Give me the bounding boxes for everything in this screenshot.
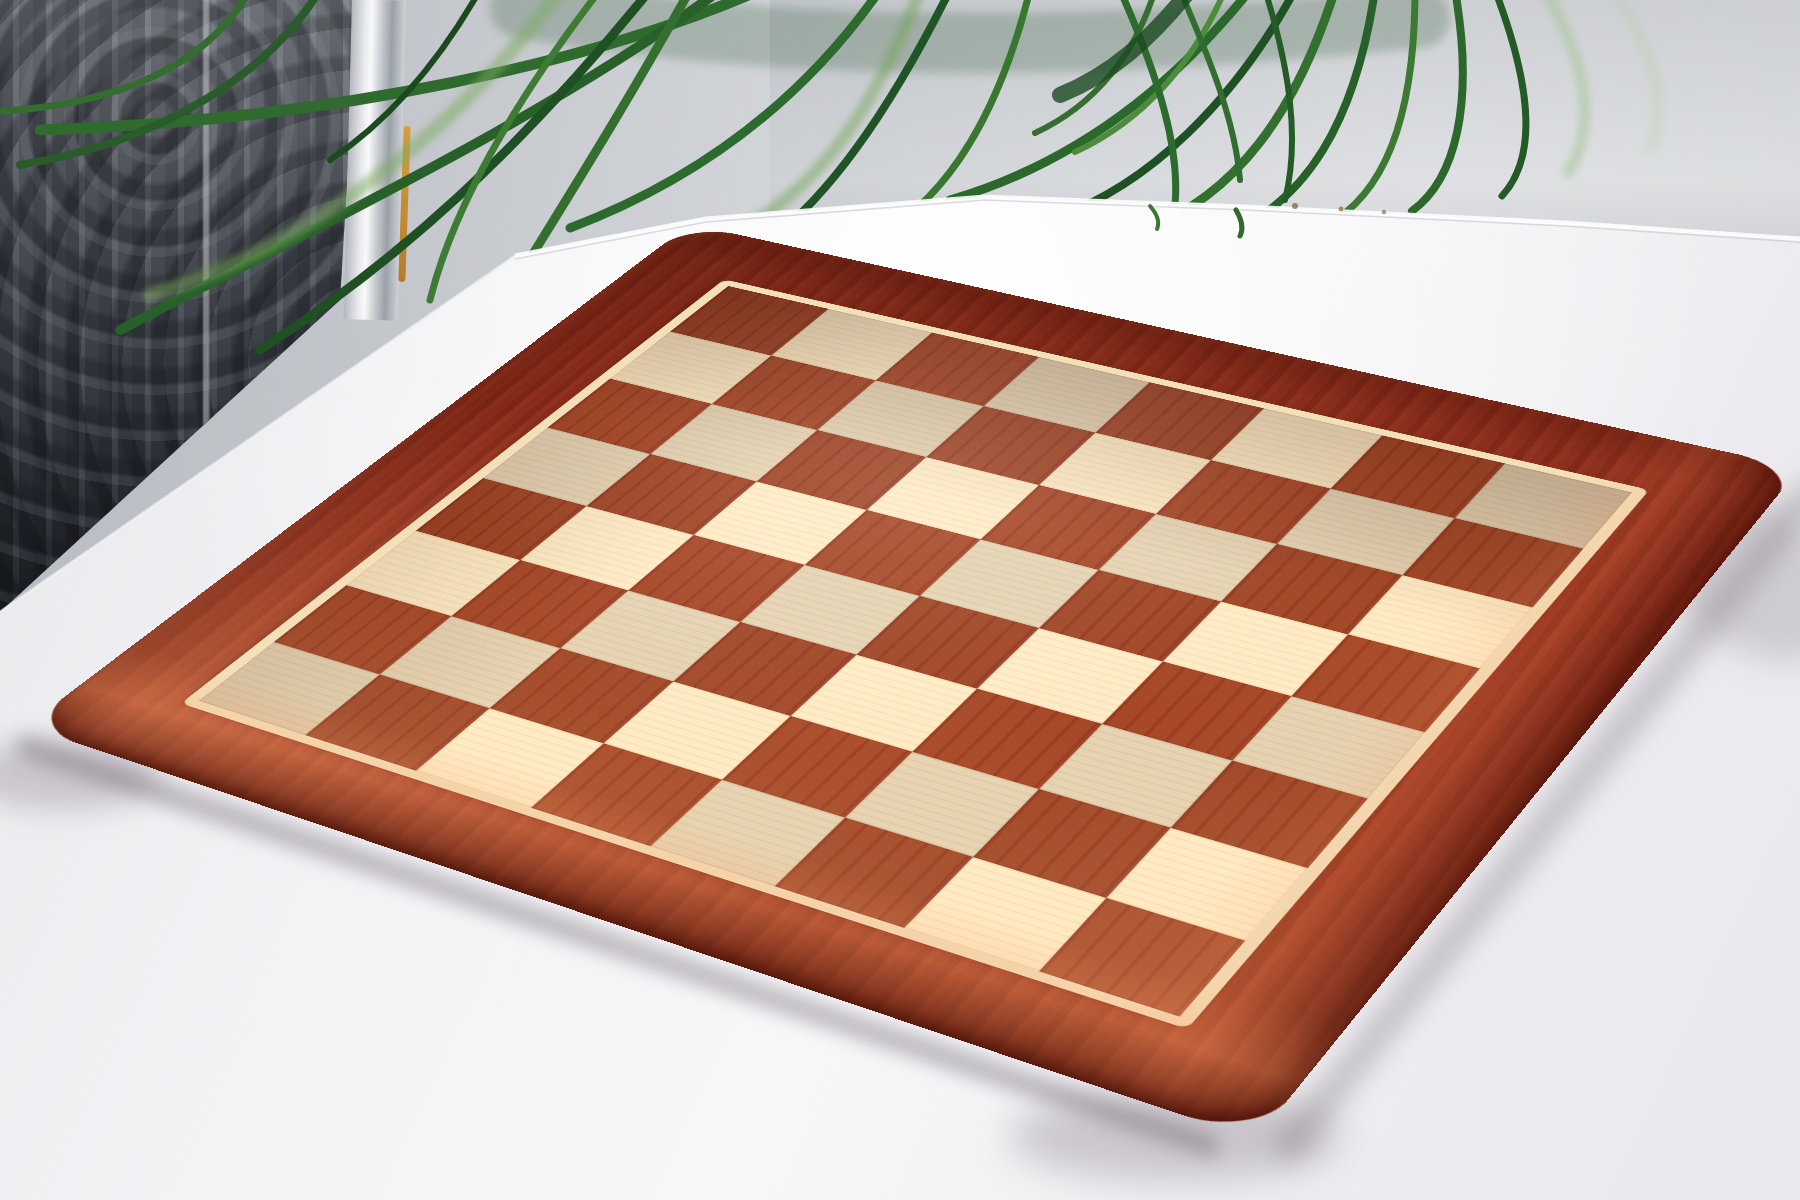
metal-pole — [344, 0, 406, 321]
scene — [0, 0, 1800, 1200]
